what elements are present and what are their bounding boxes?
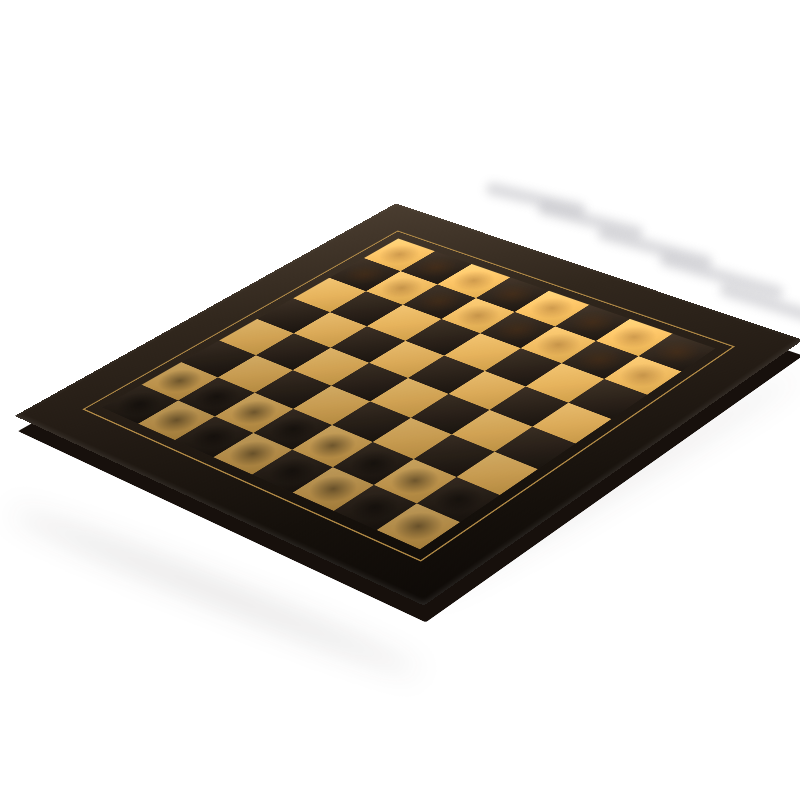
scene: ♜♜♞♞♝♝♚♚♛♛♝♝♞♞♜♜♟♟♟♟♟♟♟♟♟♟♟♟♟♟♟♟♟♟♟♟♟♟♟♟… — [0, 0, 800, 800]
board-frame: ♜♜♞♞♝♝♚♚♛♛♝♝♞♞♜♜♟♟♟♟♟♟♟♟♟♟♟♟♟♟♟♟♟♟♟♟♟♟♟♟… — [15, 203, 800, 605]
chess-board: ♜♜♞♞♝♝♚♚♛♛♝♝♞♞♜♜♟♟♟♟♟♟♟♟♟♟♟♟♟♟♟♟♟♟♟♟♟♟♟♟… — [15, 203, 800, 605]
chess-set-product-photo: Glossy black and bird's eye maple chess … — [0, 0, 800, 800]
